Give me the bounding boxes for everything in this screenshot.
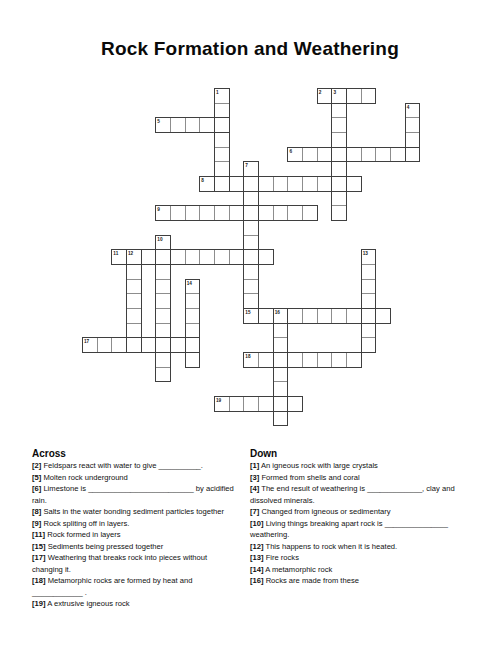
grid-cell[interactable] [185,249,201,265]
grid-cell[interactable] [273,205,289,221]
grid-cell[interactable] [273,176,289,192]
grid-cell[interactable] [302,176,318,192]
grid-cell[interactable] [126,264,142,280]
clue-number: [4] [250,484,259,493]
grid-cell[interactable] [229,396,245,412]
clue-across-17: [17] Weathering that breaks rock into pi… [32,552,248,575]
grid-cell[interactable] [317,308,333,324]
clue-number: [1] [250,461,259,470]
grid-cell[interactable] [155,279,171,295]
grid-cell[interactable] [126,293,142,309]
grid-cell[interactable] [405,103,421,119]
grid-cell[interactable] [155,235,171,251]
grid-cell[interactable] [155,352,171,368]
grid-cell[interactable] [155,117,171,133]
clue-number: [11] [32,530,45,539]
grid-cell[interactable] [273,352,289,368]
grid-cell[interactable] [302,147,318,163]
grid-cell[interactable] [199,249,215,265]
grid-cell[interactable] [243,220,259,236]
grid-cell[interactable] [258,249,274,265]
grid-cell[interactable] [141,249,157,265]
clue-number: [15] [32,542,46,551]
crossword-grid: 12345678910111213141516171819 [82,88,420,426]
grid-cell[interactable] [170,337,186,353]
clue-number: [18] [32,576,46,585]
clue-across-2: [2] Feldspars react with water to give _… [32,460,248,472]
grid-cell[interactable] [273,323,289,339]
down-clues-section: Down [1] An igneous rock with large crys… [250,448,468,587]
grid-cell[interactable] [287,308,303,324]
grid-cell[interactable] [185,337,201,353]
grid-cell[interactable] [126,337,142,353]
grid-cell[interactable] [258,205,274,221]
grid-cell[interactable] [287,176,303,192]
grid-cell[interactable] [185,293,201,309]
grid-cell[interactable] [199,205,215,221]
grid-cell[interactable] [229,249,245,265]
grid-cell[interactable] [243,396,259,412]
grid-cell[interactable] [361,323,377,339]
grid-cell[interactable] [126,249,142,265]
grid-cell[interactable] [243,279,259,295]
grid-cell[interactable] [317,147,333,163]
clue-number: [9] [32,519,41,528]
grid-cell[interactable] [126,308,142,324]
grid-cell[interactable] [346,352,362,368]
grid-cell[interactable] [111,337,127,353]
grid-cell[interactable] [375,308,391,324]
grid-cell[interactable] [273,381,289,397]
grid-cell[interactable] [126,279,142,295]
grid-cell[interactable] [331,205,347,221]
clue-down-16: [16] Rocks are made from these [250,575,468,587]
grid-cell[interactable] [273,308,289,324]
puzzle-title: Rock Formation and Weathering [0,38,500,60]
crossword-worksheet: Rock Formation and Weathering 1234567891… [0,0,500,647]
grid-cell[interactable] [331,308,347,324]
grid-cell[interactable] [258,308,274,324]
grid-cell[interactable] [185,117,201,133]
grid-cell[interactable] [243,176,259,192]
grid-cell[interactable] [361,147,377,163]
clue-across-11: [11] Rock formed in layers [32,529,248,541]
grid-cell[interactable] [273,367,289,383]
clue-across-6: [6] Limestone is _______________________… [32,483,248,506]
grid-cell[interactable] [185,205,201,221]
clue-number: [16] [250,576,264,585]
grid-cell[interactable] [214,396,230,412]
clue-down-3: [3] Formed from shells and coral [250,472,468,484]
grid-cell[interactable] [243,264,259,280]
clue-number: [2] [32,461,41,470]
grid-cell[interactable] [361,88,377,104]
grid-cell[interactable] [243,308,259,324]
down-header: Down [250,448,468,459]
grid-cell[interactable] [170,249,186,265]
clue-number: [7] [250,507,259,516]
grid-cell[interactable] [346,176,362,192]
grid-cell[interactable] [185,323,201,339]
grid-cell[interactable] [243,249,259,265]
clue-down-13: [13] Fire rocks [250,552,468,564]
grid-cell[interactable] [155,337,171,353]
grid-cell[interactable] [214,117,230,133]
grid-cell[interactable] [185,308,201,324]
grid-cell[interactable] [199,176,215,192]
grid-cell[interactable] [141,337,157,353]
clue-number: [12] [250,542,264,551]
grid-cell[interactable] [331,191,347,207]
grid-cell[interactable] [287,147,303,163]
grid-cell[interactable] [287,205,303,221]
grid-cell[interactable] [185,352,201,368]
across-clue-list: [2] Feldspars react with water to give _… [32,460,248,610]
grid-cell[interactable] [317,352,333,368]
grid-cell[interactable] [199,117,215,133]
grid-cell[interactable] [361,279,377,295]
grid-cell[interactable] [229,205,245,221]
clue-number: [14] [250,565,264,574]
clue-number: [3] [250,473,259,482]
grid-cell[interactable] [243,161,259,177]
grid-cell[interactable] [243,205,259,221]
across-header: Across [32,448,248,459]
grid-cell[interactable] [214,132,230,148]
clue-down-10: [10] Living things breaking apart rock i… [250,518,468,541]
grid-cell[interactable] [214,249,230,265]
grid-cell[interactable] [229,176,245,192]
grid-cell[interactable] [243,191,259,207]
grid-cell[interactable] [331,117,347,133]
grid-cell[interactable] [331,132,347,148]
clue-number: [5] [32,473,41,482]
clue-number: [17] [32,553,46,562]
grid-cell[interactable] [155,293,171,309]
grid-cell[interactable] [302,352,318,368]
grid-cell[interactable] [317,88,333,104]
grid-cell[interactable] [214,147,230,163]
down-clue-list: [1] An igneous rock with large crystals[… [250,460,468,587]
grid-cell[interactable] [214,88,230,104]
clue-down-4: [4] The end result of weathering is ____… [250,483,468,506]
grid-cell[interactable] [214,161,230,177]
grid-cell[interactable] [170,117,186,133]
grid-cell[interactable] [82,337,98,353]
grid-cell[interactable] [331,161,347,177]
grid-cell[interactable] [287,396,303,412]
grid-cell[interactable] [273,411,289,427]
grid-cell[interactable] [302,308,318,324]
grid-cell[interactable] [155,323,171,339]
clue-number: [19] [32,599,46,608]
grid-cell[interactable] [214,205,230,221]
grid-cell[interactable] [155,367,171,383]
grid-cell[interactable] [361,264,377,280]
grid-cell[interactable] [331,88,347,104]
grid-cell[interactable] [405,132,421,148]
clue-across-8: [8] Salts in the water bonding sediment … [32,506,248,518]
grid-cell[interactable] [170,205,186,221]
grid-cell[interactable] [243,293,259,309]
clue-down-12: [12] This happens to rock when it is hea… [250,541,468,553]
grid-cell[interactable] [111,249,127,265]
grid-cell[interactable] [346,308,362,324]
clue-across-15: [15] Sediments being pressed together [32,541,248,553]
grid-cell[interactable] [214,103,230,119]
grid-cell[interactable] [331,176,347,192]
grid-cell[interactable] [97,337,113,353]
grid-cell[interactable] [390,147,406,163]
grid-cell[interactable] [361,293,377,309]
grid-cell[interactable] [346,88,362,104]
grid-cell[interactable] [287,352,303,368]
grid-cell[interactable] [155,264,171,280]
clue-number: [6] [32,484,41,493]
grid-cell[interactable] [331,147,347,163]
grid-cell[interactable] [258,352,274,368]
grid-cell[interactable] [361,308,377,324]
clue-across-18: [18] Metamorphic rocks are formed by hea… [32,575,248,598]
grid-cell[interactable] [155,205,171,221]
grid-cell[interactable] [361,249,377,265]
grid-cell[interactable] [214,176,230,192]
grid-cell[interactable] [185,279,201,295]
grid-cell[interactable] [375,147,391,163]
grid-cell[interactable] [346,147,362,163]
grid-cell[interactable] [273,396,289,412]
clue-across-9: [9] Rock spliting off in layers. [32,518,248,530]
clue-down-1: [1] An igneous rock with large crystals [250,460,468,472]
grid-cell[interactable] [273,337,289,353]
clue-down-14: [14] A metamorphic rock [250,564,468,576]
clue-number: [10] [250,519,264,528]
grid-cell[interactable] [243,235,259,251]
grid-cell[interactable] [126,323,142,339]
grid-cell[interactable] [155,249,171,265]
grid-cell[interactable] [302,205,318,221]
grid-cell[interactable] [258,176,274,192]
grid-cell[interactable] [405,117,421,133]
grid-cell[interactable] [405,147,421,163]
across-clues-section: Across [2] Feldspars react with water to… [32,448,248,610]
clue-number: [8] [32,507,41,516]
grid-cell[interactable] [361,337,377,353]
grid-cell[interactable] [331,352,347,368]
grid-cell[interactable] [317,176,333,192]
clue-number: [13] [250,553,264,562]
grid-cell[interactable] [243,352,259,368]
clue-down-7: [7] Changed from igneous or sedimentary [250,506,468,518]
grid-cell[interactable] [258,396,274,412]
clue-across-19: [19] A extrusive igneous rock [32,598,248,610]
grid-cell[interactable] [155,308,171,324]
clue-across-5: [5] Molten rock underground [32,472,248,484]
grid-cell[interactable] [331,103,347,119]
